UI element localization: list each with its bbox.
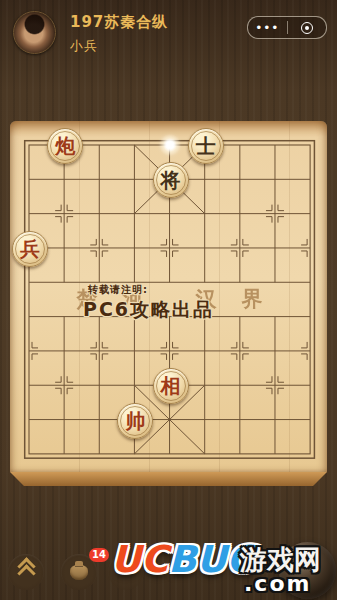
last-move-marker: [158, 133, 182, 157]
piece-character: 士: [196, 136, 216, 156]
piece-character: 相: [161, 376, 181, 396]
page-title: 197苏秦合纵: [70, 13, 168, 32]
piece-character: 炮: [55, 136, 75, 156]
exit-circle-button[interactable]: [288, 22, 327, 34]
piece-red-general[interactable]: 帅: [117, 403, 153, 439]
watermark-credit: PC6攻略出品: [83, 297, 253, 323]
more-menu-button[interactable]: •••: [248, 18, 287, 38]
wechat-capsule: •••: [247, 16, 327, 39]
piece-red-cannon[interactable]: 炮: [47, 128, 83, 164]
hint-button[interactable]: [108, 554, 144, 590]
board-watermark: 转载请注明: PC6攻略出品: [83, 283, 253, 323]
piece-black-advisor[interactable]: 士: [188, 128, 224, 164]
watermark-note: 转载请注明:: [88, 283, 253, 297]
avatar: [13, 11, 56, 54]
coin-bag-icon: [70, 565, 88, 580]
piece-red-elephant[interactable]: 相: [153, 368, 189, 404]
piece-black-general[interactable]: 将: [153, 162, 189, 198]
piece-red-soldier[interactable]: 兵: [12, 231, 48, 267]
expand-button[interactable]: [8, 554, 44, 590]
ellipsis-icon: •••: [255, 21, 279, 35]
notification-badge: 14: [89, 548, 109, 562]
floating-ball-button[interactable]: [279, 542, 336, 599]
page-subtitle: 小兵: [70, 37, 98, 55]
target-circle-icon: [301, 22, 313, 34]
piece-character: 将: [161, 170, 181, 190]
board-front-edge: [10, 472, 327, 486]
piece-character: 帅: [125, 411, 145, 431]
piece-character: 兵: [20, 239, 40, 259]
app-screen: 197苏秦合纵 小兵 ••• 楚河汉界 炮士将兵相帅 转载请注明: PC6攻略出…: [0, 0, 337, 600]
ucbug-bug: BUG: [168, 538, 257, 581]
